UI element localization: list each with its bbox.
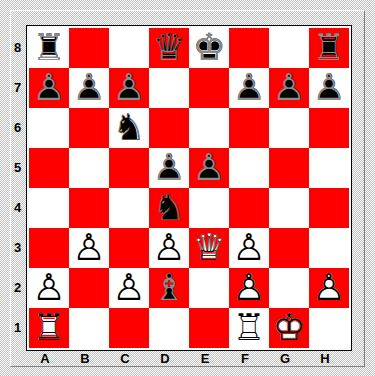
board-square-a4[interactable] [29, 188, 69, 228]
chess-piece-black-pawn[interactable]: ♟♙ [109, 68, 149, 108]
board-square-e3[interactable]: ♛♕ [189, 228, 229, 268]
board-square-c2[interactable]: ♟♙ [109, 268, 149, 308]
file-label-g: G [265, 352, 305, 366]
chess-piece-black-pawn[interactable]: ♟♙ [229, 68, 269, 108]
piece-glyph-outline: ♙ [229, 268, 269, 308]
rank-label-7: 7 [11, 81, 24, 95]
chess-piece-white-queen[interactable]: ♛♕ [189, 228, 229, 268]
board-square-h1[interactable] [309, 308, 349, 348]
board-square-e2[interactable] [189, 268, 229, 308]
chess-piece-white-pawn[interactable]: ♟♙ [69, 228, 109, 268]
piece-glyph-outline: ♕ [189, 228, 229, 268]
chess-piece-white-pawn[interactable]: ♟♙ [149, 228, 189, 268]
board-square-h8[interactable]: ♜♖ [309, 28, 349, 68]
piece-glyph-outline: ♖ [29, 28, 69, 68]
rank-label-2: 2 [11, 281, 24, 295]
board-square-f6[interactable] [229, 108, 269, 148]
chess-piece-black-pawn[interactable]: ♟♙ [269, 68, 309, 108]
board-square-h7[interactable]: ♟♙ [309, 68, 349, 108]
board-square-d8[interactable]: ♛♕ [149, 28, 189, 68]
chess-piece-black-knight[interactable]: ♞♘ [149, 188, 189, 228]
board-square-f2[interactable]: ♟♙ [229, 268, 269, 308]
board-frame: ♜♖♛♕♚♔♜♖♟♙♟♙♟♙♟♙♟♙♟♙♞♘♟♙♟♙♞♘♟♙♟♙♛♕♟♙♟♙♟♙… [26, 25, 352, 351]
board-square-h6[interactable] [309, 108, 349, 148]
board-square-c7[interactable]: ♟♙ [109, 68, 149, 108]
piece-glyph-outline: ♙ [269, 68, 309, 108]
piece-glyph-outline: ♙ [189, 148, 229, 188]
chess-piece-white-pawn[interactable]: ♟♙ [309, 268, 349, 308]
rank-label-4: 4 [11, 201, 24, 215]
piece-glyph-outline: ♙ [69, 228, 109, 268]
board-square-g5[interactable] [269, 148, 309, 188]
board-square-e6[interactable] [189, 108, 229, 148]
file-label-f: F [225, 352, 265, 366]
piece-glyph-outline: ♖ [229, 308, 269, 348]
board-square-g3[interactable] [269, 228, 309, 268]
board-square-d2[interactable]: ♝♗ [149, 268, 189, 308]
board-square-d6[interactable] [149, 108, 189, 148]
file-label-b: B [65, 352, 105, 366]
board-square-h4[interactable] [309, 188, 349, 228]
chess-piece-black-pawn[interactable]: ♟♙ [189, 148, 229, 188]
board-square-g1[interactable]: ♚♔ [269, 308, 309, 348]
file-label-d: D [145, 352, 185, 366]
board-square-g8[interactable] [269, 28, 309, 68]
chess-piece-black-knight[interactable]: ♞♘ [109, 108, 149, 148]
chess-piece-black-pawn[interactable]: ♟♙ [29, 68, 69, 108]
rank-label-6: 6 [11, 121, 24, 135]
board-square-b3[interactable]: ♟♙ [69, 228, 109, 268]
rank-label-5: 5 [11, 161, 24, 175]
file-label-e: E [185, 352, 225, 366]
board-square-c5[interactable] [109, 148, 149, 188]
board-square-c4[interactable] [109, 188, 149, 228]
board[interactable]: ♜♖♛♕♚♔♜♖♟♙♟♙♟♙♟♙♟♙♟♙♞♘♟♙♟♙♞♘♟♙♟♙♛♕♟♙♟♙♟♙… [29, 28, 349, 348]
board-square-b8[interactable] [69, 28, 109, 68]
chess-piece-black-queen[interactable]: ♛♕ [149, 28, 189, 68]
board-square-b6[interactable] [69, 108, 109, 148]
board-square-e8[interactable]: ♚♔ [189, 28, 229, 68]
board-square-d5[interactable]: ♟♙ [149, 148, 189, 188]
chess-piece-black-pawn[interactable]: ♟♙ [149, 148, 189, 188]
board-square-b7[interactable]: ♟♙ [69, 68, 109, 108]
piece-glyph-outline: ♖ [29, 308, 69, 348]
chess-piece-black-king[interactable]: ♚♔ [189, 28, 229, 68]
board-square-f4[interactable] [229, 188, 269, 228]
piece-glyph-outline: ♔ [269, 308, 309, 348]
piece-glyph-outline: ♙ [29, 68, 69, 108]
board-square-b2[interactable] [69, 268, 109, 308]
file-label-a: A [25, 352, 65, 366]
board-square-b4[interactable] [69, 188, 109, 228]
piece-glyph-outline: ♙ [109, 268, 149, 308]
board-square-h3[interactable] [309, 228, 349, 268]
board-square-g2[interactable] [269, 268, 309, 308]
board-square-c6[interactable]: ♞♘ [109, 108, 149, 148]
chess-piece-white-pawn[interactable]: ♟♙ [109, 268, 149, 308]
piece-glyph-outline: ♗ [149, 268, 189, 308]
board-square-d3[interactable]: ♟♙ [149, 228, 189, 268]
chess-piece-white-pawn[interactable]: ♟♙ [229, 268, 269, 308]
file-label-c: C [105, 352, 145, 366]
piece-glyph-outline: ♙ [229, 228, 269, 268]
board-square-c8[interactable] [109, 28, 149, 68]
piece-glyph-outline: ♙ [229, 68, 269, 108]
chess-piece-white-rook[interactable]: ♜♖ [229, 308, 269, 348]
piece-glyph-outline: ♙ [109, 68, 149, 108]
chess-piece-white-pawn[interactable]: ♟♙ [29, 268, 69, 308]
board-square-a6[interactable] [29, 108, 69, 148]
board-square-e1[interactable] [189, 308, 229, 348]
piece-glyph-outline: ♘ [109, 108, 149, 148]
board-square-d1[interactable] [149, 308, 189, 348]
board-square-h5[interactable] [309, 148, 349, 188]
rank-label-8: 8 [11, 41, 24, 55]
file-label-h: H [305, 352, 345, 366]
board-square-f7[interactable]: ♟♙ [229, 68, 269, 108]
board-square-a1[interactable]: ♜♖ [29, 308, 69, 348]
chess-piece-white-rook[interactable]: ♜♖ [29, 308, 69, 348]
board-square-e7[interactable] [189, 68, 229, 108]
chess-piece-black-pawn[interactable]: ♟♙ [309, 68, 349, 108]
board-square-e5[interactable]: ♟♙ [189, 148, 229, 188]
board-square-a7[interactable]: ♟♙ [29, 68, 69, 108]
piece-glyph-outline: ♙ [29, 268, 69, 308]
board-square-a8[interactable]: ♜♖ [29, 28, 69, 68]
board-square-a2[interactable]: ♟♙ [29, 268, 69, 308]
desktop-background: ♜♖♛♕♚♔♜♖♟♙♟♙♟♙♟♙♟♙♟♙♞♘♟♙♟♙♞♘♟♙♟♙♛♕♟♙♟♙♟♙… [0, 0, 375, 376]
board-square-d4[interactable]: ♞♘ [149, 188, 189, 228]
board-square-a5[interactable] [29, 148, 69, 188]
piece-glyph-outline: ♙ [149, 148, 189, 188]
piece-glyph-outline: ♘ [149, 188, 189, 228]
chess-piece-black-pawn[interactable]: ♟♙ [69, 68, 109, 108]
chess-piece-white-king[interactable]: ♚♔ [269, 308, 309, 348]
board-square-f8[interactable] [229, 28, 269, 68]
piece-glyph-outline: ♙ [309, 68, 349, 108]
rank-label-1: 1 [11, 321, 24, 335]
chess-piece-black-bishop[interactable]: ♝♗ [149, 268, 189, 308]
board-square-b5[interactable] [69, 148, 109, 188]
board-square-g6[interactable] [269, 108, 309, 148]
board-square-c3[interactable] [109, 228, 149, 268]
board-square-f5[interactable] [229, 148, 269, 188]
chess-piece-white-pawn[interactable]: ♟♙ [229, 228, 269, 268]
board-square-f3[interactable]: ♟♙ [229, 228, 269, 268]
rank-label-3: 3 [11, 241, 24, 255]
piece-glyph-outline: ♙ [69, 68, 109, 108]
board-square-g7[interactable]: ♟♙ [269, 68, 309, 108]
piece-glyph-outline: ♙ [309, 268, 349, 308]
piece-glyph-outline: ♖ [309, 28, 349, 68]
chess-piece-black-rook[interactable]: ♜♖ [309, 28, 349, 68]
board-square-b1[interactable] [69, 308, 109, 348]
board-square-g4[interactable] [269, 188, 309, 228]
piece-glyph-outline: ♙ [149, 228, 189, 268]
board-square-d7[interactable] [149, 68, 189, 108]
piece-glyph-outline: ♔ [189, 28, 229, 68]
board-square-c1[interactable] [109, 308, 149, 348]
board-square-e4[interactable] [189, 188, 229, 228]
piece-glyph-outline: ♕ [149, 28, 189, 68]
board-square-f1[interactable]: ♜♖ [229, 308, 269, 348]
board-square-a3[interactable] [29, 228, 69, 268]
chess-piece-black-rook[interactable]: ♜♖ [29, 28, 69, 68]
board-square-h2[interactable]: ♟♙ [309, 268, 349, 308]
